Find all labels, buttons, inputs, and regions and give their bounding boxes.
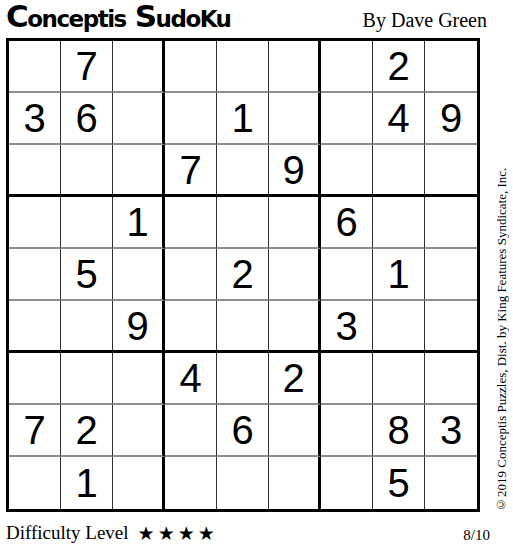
cell-r8c2[interactable]: 2: [61, 405, 113, 457]
cell-r3c1[interactable]: [9, 145, 61, 197]
cell-r9c4[interactable]: [165, 457, 217, 509]
cell-r6c5[interactable]: [217, 301, 269, 353]
cell-r5c1[interactable]: [9, 249, 61, 301]
difficulty-rating: 8/10: [463, 523, 490, 544]
cell-r5c5[interactable]: 2: [217, 249, 269, 301]
cell-r2c4[interactable]: [165, 93, 217, 145]
cell-r6c8[interactable]: [373, 301, 425, 353]
cell-r2c9[interactable]: 9: [425, 93, 477, 145]
cell-r3c7[interactable]: [321, 145, 373, 197]
cell-r3c4[interactable]: 7: [165, 145, 217, 197]
cell-r3c8[interactable]: [373, 145, 425, 197]
logo-word: udoKu: [156, 8, 231, 31]
cell-r5c4[interactable]: [165, 249, 217, 301]
cell-r9c5[interactable]: [217, 457, 269, 509]
cell-r2c6[interactable]: [269, 93, 321, 145]
logo-letter: S: [135, 1, 156, 32]
cell-r8c8[interactable]: 8: [373, 405, 425, 457]
difficulty-label: Difficulty Level: [6, 522, 129, 544]
cell-r3c2[interactable]: [61, 145, 113, 197]
cell-r9c3[interactable]: [113, 457, 165, 509]
cell-r7c8[interactable]: [373, 353, 425, 405]
cell-r6c7[interactable]: 3: [321, 301, 373, 353]
cell-r2c2[interactable]: 6: [61, 93, 113, 145]
cell-r9c9[interactable]: [425, 457, 477, 509]
cell-r1c9[interactable]: [425, 41, 477, 93]
cell-r1c2[interactable]: 7: [61, 41, 113, 93]
cell-r1c6[interactable]: [269, 41, 321, 93]
cell-r9c2[interactable]: 1: [61, 457, 113, 509]
cell-r2c3[interactable]: [113, 93, 165, 145]
cell-r7c4[interactable]: 4: [165, 353, 217, 405]
cell-r6c3[interactable]: 9: [113, 301, 165, 353]
difficulty-stars: ★★★★: [138, 523, 218, 543]
cell-r3c9[interactable]: [425, 145, 477, 197]
cell-r2c7[interactable]: [321, 93, 373, 145]
cell-r9c6[interactable]: [269, 457, 321, 509]
cell-r1c1[interactable]: [9, 41, 61, 93]
cell-r6c2[interactable]: [61, 301, 113, 353]
cell-r7c7[interactable]: [321, 353, 373, 405]
cell-r3c6[interactable]: 9: [269, 145, 321, 197]
cell-r8c5[interactable]: 6: [217, 405, 269, 457]
cell-r7c1[interactable]: [9, 353, 61, 405]
cell-r6c9[interactable]: [425, 301, 477, 353]
cell-r4c7[interactable]: 6: [321, 197, 373, 249]
cell-r8c7[interactable]: [321, 405, 373, 457]
cell-r4c6[interactable]: [269, 197, 321, 249]
cell-r9c1[interactable]: [9, 457, 61, 509]
cell-r4c3[interactable]: 1: [113, 197, 165, 249]
conceptis-sudoku-logo: ConceptisSudoKu: [6, 1, 230, 35]
cell-r2c1[interactable]: 3: [9, 93, 61, 145]
cell-r4c2[interactable]: [61, 197, 113, 249]
cell-r7c9[interactable]: [425, 353, 477, 405]
cell-r5c3[interactable]: [113, 249, 165, 301]
cell-r4c4[interactable]: [165, 197, 217, 249]
cell-r9c7[interactable]: [321, 457, 373, 509]
cell-r5c6[interactable]: [269, 249, 321, 301]
cell-r8c1[interactable]: 7: [9, 405, 61, 457]
cell-r4c1[interactable]: [9, 197, 61, 249]
cell-r7c2[interactable]: [61, 353, 113, 405]
cell-r2c8[interactable]: 4: [373, 93, 425, 145]
cell-r4c5[interactable]: [217, 197, 269, 249]
cell-r7c3[interactable]: [113, 353, 165, 405]
cell-r5c9[interactable]: [425, 249, 477, 301]
cell-r1c8[interactable]: 2: [373, 41, 425, 93]
cell-r2c5[interactable]: 1: [217, 93, 269, 145]
cell-r9c8[interactable]: 5: [373, 457, 425, 509]
cell-r5c8[interactable]: 1: [373, 249, 425, 301]
copyright-text: ©2019 Conceptis Puzzles, Dist. by King F…: [493, 38, 510, 512]
cell-r1c4[interactable]: [165, 41, 217, 93]
cell-r4c8[interactable]: [373, 197, 425, 249]
cell-r3c5[interactable]: [217, 145, 269, 197]
cell-r1c5[interactable]: [217, 41, 269, 93]
cell-r3c3[interactable]: [113, 145, 165, 197]
cell-r8c9[interactable]: 3: [425, 405, 477, 457]
cell-r7c6[interactable]: 2: [269, 353, 321, 405]
byline: By Dave Green: [363, 9, 487, 32]
cell-r5c2[interactable]: 5: [61, 249, 113, 301]
cell-r5c7[interactable]: [321, 249, 373, 301]
logo-letter: C: [6, 1, 27, 32]
cell-r7c5[interactable]: [217, 353, 269, 405]
cell-r1c3[interactable]: [113, 41, 165, 93]
cell-r4c9[interactable]: [425, 197, 477, 249]
footer: Difficulty Level ★★★★ 8/10: [6, 521, 490, 545]
cell-r8c3[interactable]: [113, 405, 165, 457]
cell-r6c4[interactable]: [165, 301, 217, 353]
cell-r6c6[interactable]: [269, 301, 321, 353]
cell-r8c4[interactable]: [165, 405, 217, 457]
sudoku-page: ConceptisSudoKu By Dave Green 7236149791…: [0, 0, 513, 550]
cell-r1c7[interactable]: [321, 41, 373, 93]
cell-r8c6[interactable]: [269, 405, 321, 457]
logo-word: onceptis: [27, 8, 125, 31]
sudoku-board: 7236149791652193427268315: [6, 38, 480, 512]
cell-r6c1[interactable]: [9, 301, 61, 353]
